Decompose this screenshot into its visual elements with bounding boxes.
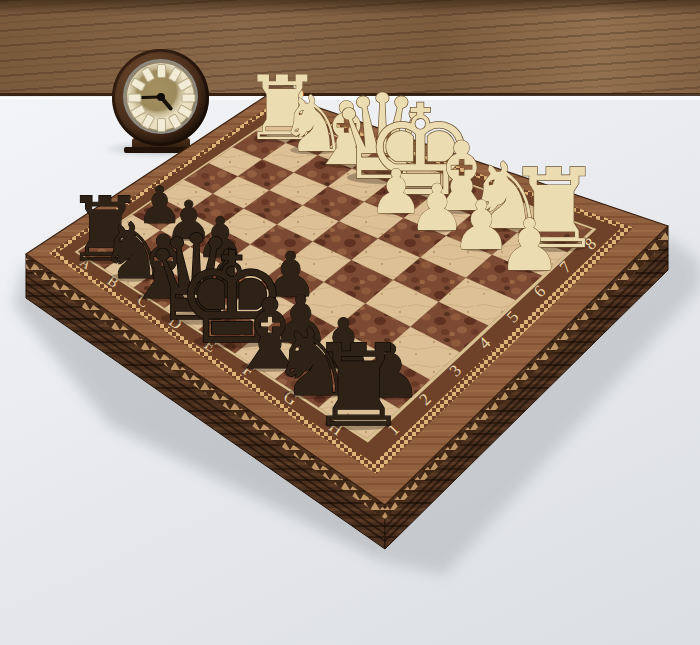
chess-board: ABCDEFGH12345678♟♜♞♝♛♚♝♟♟♞♟♟♜♟♟♜♟♞♟♟♝♛♚♟… [0, 0, 700, 645]
piece-light-pawn-h7[interactable]: ♟ [497, 204, 561, 287]
product-photo-scene: ABCDEFGH12345678♟♜♞♝♛♚♝♟♟♞♟♟♜♟♟♜♟♞♟♟♝♛♚♟… [0, 0, 700, 645]
piece-dark-rook-h1[interactable]: ♜ [308, 320, 409, 452]
